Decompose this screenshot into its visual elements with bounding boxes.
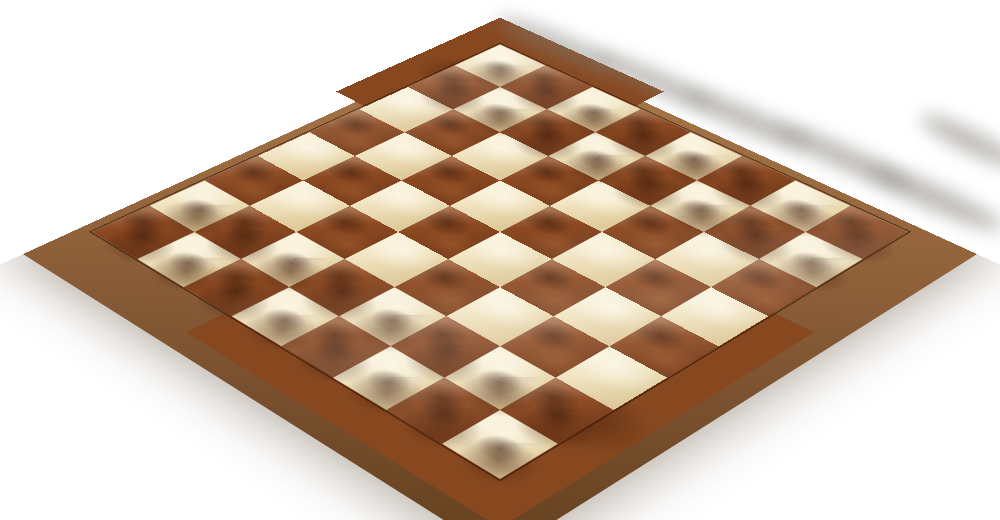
piece-glyph: ♟ <box>513 61 582 138</box>
square-c6[interactable] <box>452 132 549 180</box>
square-b6[interactable] <box>405 109 500 156</box>
square-b5[interactable] <box>355 132 452 180</box>
square-e7[interactable]: ♟ <box>598 156 696 206</box>
square-c7[interactable]: ♟ <box>500 109 595 156</box>
square-d7[interactable]: ♟ <box>548 132 645 180</box>
piece-glyph: ♟ <box>773 181 848 264</box>
square-a6[interactable] <box>359 87 453 132</box>
piece-glyph: ♟ <box>420 18 487 92</box>
square-b8[interactable]: ♞ <box>500 66 592 110</box>
square-e6[interactable] <box>550 180 650 232</box>
square-c8[interactable]: ♝ <box>547 87 641 132</box>
piece-cast-shadow <box>916 107 1000 175</box>
piece-glyph: ♟ <box>562 83 632 161</box>
square-g6[interactable] <box>655 232 759 287</box>
piece-cast-shadow <box>677 82 814 157</box>
square-h6[interactable] <box>711 259 816 316</box>
square-b7[interactable]: ♟ <box>453 87 547 132</box>
square-a7[interactable]: ♟ <box>408 66 500 110</box>
square-a8[interactable]: ♜ <box>455 45 546 87</box>
piece-glyph: ♟ <box>466 39 534 115</box>
chess-set-photo: ♜♞♝♛♚♝♞♜♟♟♟♟♟♟♟♟♟♟♟♟♟♟♟♟♜♞♝♛♚♝♞♜ <box>0 0 1000 520</box>
square-h7[interactable]: ♟ <box>759 232 863 287</box>
square-c5[interactable] <box>402 156 500 206</box>
square-d6[interactable] <box>500 156 598 206</box>
scene: ♜♞♝♛♚♝♞♜♟♟♟♟♟♟♟♟♟♟♟♟♟♟♟♟♜♞♝♛♚♝♞♜ <box>0 0 1000 520</box>
square-h1[interactable]: ♜ <box>442 410 558 479</box>
piece-glyph: ♟ <box>612 107 683 186</box>
square-d5[interactable] <box>450 180 550 232</box>
square-d8[interactable]: ♛ <box>595 109 690 156</box>
piece-cast-shadow <box>493 10 621 77</box>
square-a5[interactable] <box>309 109 404 156</box>
square-h4[interactable] <box>609 316 718 377</box>
chess-board: ♜♞♝♛♚♝♞♜♟♟♟♟♟♟♟♟♟♟♟♟♟♟♟♟♜♞♝♛♚♝♞♜ <box>25 18 975 520</box>
piece-glyph: ♜ <box>452 345 548 452</box>
